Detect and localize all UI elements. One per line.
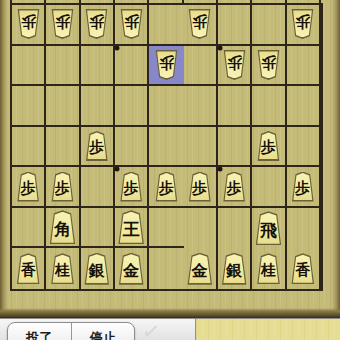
piece-kanji: 歩 — [258, 51, 278, 78]
piece-kanji: 歩 — [18, 173, 38, 200]
square-16[interactable] — [287, 127, 321, 168]
shogi-app: 歩歩歩歩歩歩歩歩歩歩歩歩歩歩歩歩歩歩角王飛香桂銀金金銀桂香 投了 停止 ✓ — [0, 0, 340, 340]
piece-kanji: 歩 — [52, 173, 72, 200]
square-87[interactable]: 歩 — [46, 167, 80, 208]
piece-kanji: 歩 — [190, 173, 210, 200]
board-field: 歩歩歩歩歩歩歩歩歩歩歩歩歩歩歩歩歩歩角王飛香桂銀金金銀桂香 — [10, 3, 323, 291]
star-point — [115, 45, 120, 50]
piece-sente-pawn[interactable]: 歩 — [85, 131, 108, 161]
piece-sente-pawn[interactable]: 歩 — [120, 172, 143, 202]
square-17[interactable]: 歩 — [287, 167, 321, 208]
piece-kanji: 歩 — [156, 51, 176, 78]
piece-kanji: 歩 — [293, 11, 313, 38]
square-36[interactable] — [218, 127, 252, 168]
square-68[interactable]: 王 — [115, 208, 149, 249]
square-19[interactable]: 香 — [287, 248, 321, 289]
square-79[interactable]: 銀 — [81, 248, 115, 289]
square-85[interactable] — [46, 86, 80, 127]
square-99[interactable]: 香 — [12, 248, 46, 289]
piece-gote-pawn[interactable]: 歩 — [257, 50, 280, 80]
square-57[interactable]: 歩 — [149, 167, 183, 208]
square-69[interactable]: 金 — [115, 248, 149, 289]
square-96[interactable] — [12, 127, 46, 168]
square-13[interactable]: 歩 — [287, 5, 321, 46]
square-34[interactable]: 歩 — [218, 46, 252, 87]
square-59[interactable] — [149, 248, 183, 289]
piece-sente-pawn[interactable]: 歩 — [257, 131, 280, 161]
square-98[interactable] — [12, 208, 46, 249]
piece-gote-pawn[interactable]: 歩 — [291, 9, 314, 39]
stop-button[interactable]: 停止 — [71, 323, 135, 340]
square-64[interactable] — [115, 46, 149, 87]
square-25[interactable] — [252, 86, 286, 127]
piece-kanji: 桂 — [52, 255, 73, 283]
square-86[interactable] — [46, 127, 80, 168]
star-point — [218, 45, 223, 50]
piece-kanji: 歩 — [52, 11, 72, 38]
square-24[interactable]: 歩 — [252, 46, 286, 87]
square-43[interactable]: 歩 — [184, 5, 218, 46]
piece-kanji: 歩 — [190, 11, 210, 38]
square-93[interactable]: 歩 — [12, 5, 46, 46]
square-84[interactable] — [46, 46, 80, 87]
piece-kanji: 角 — [50, 212, 74, 243]
piece-kanji: 歩 — [293, 173, 313, 200]
square-65[interactable] — [115, 86, 149, 127]
piece-kanji: 金 — [120, 254, 143, 283]
square-39[interactable]: 銀 — [218, 248, 252, 289]
piece-kanji: 歩 — [258, 132, 278, 159]
square-73[interactable]: 歩 — [81, 5, 115, 46]
piece-kanji: 香 — [292, 255, 313, 283]
square-74[interactable] — [81, 46, 115, 87]
piece-sente-pawn[interactable]: 歩 — [51, 172, 74, 202]
piece-gote-pawn[interactable]: 歩 — [155, 50, 178, 80]
board-edge-right — [332, 0, 340, 318]
square-78[interactable] — [81, 208, 115, 249]
piece-sente-gold[interactable]: 金 — [118, 253, 144, 285]
piece-kanji: 銀 — [223, 254, 246, 283]
piece-sente-pawn[interactable]: 歩 — [17, 172, 40, 202]
piece-gote-pawn[interactable]: 歩 — [120, 9, 143, 39]
button-group: 投了 停止 — [7, 322, 135, 340]
square-38[interactable] — [218, 208, 252, 249]
piece-kanji: 歩 — [121, 11, 141, 38]
square-77[interactable] — [81, 167, 115, 208]
square-27[interactable] — [252, 167, 286, 208]
piece-gote-pawn[interactable]: 歩 — [85, 9, 108, 39]
square-47[interactable]: 歩 — [184, 167, 218, 208]
piece-sente-pawn[interactable]: 歩 — [223, 172, 246, 202]
square-67[interactable]: 歩 — [115, 167, 149, 208]
piece-kanji: 歩 — [87, 11, 107, 38]
control-bar: 投了 停止 ✓ — [0, 318, 340, 340]
square-76[interactable]: 歩 — [81, 127, 115, 168]
piece-sente-rook[interactable]: 飛 — [255, 211, 282, 245]
square-46[interactable] — [184, 127, 218, 168]
piece-kanji: 歩 — [18, 11, 38, 38]
piece-kanji: 飛 — [256, 213, 280, 244]
piece-sente-silver[interactable]: 銀 — [84, 253, 110, 285]
watermark-check-icon: ✓ — [140, 318, 162, 340]
square-54[interactable]: 歩 — [149, 46, 183, 87]
square-63[interactable]: 歩 — [115, 5, 149, 46]
piece-sente-lance[interactable]: 香 — [16, 253, 40, 284]
square-95[interactable] — [12, 86, 46, 127]
piece-kanji: 王 — [119, 212, 143, 243]
board-edge-bottom — [0, 308, 340, 318]
square-28[interactable]: 飛 — [252, 208, 286, 249]
square-66[interactable] — [115, 127, 149, 168]
piece-sente-silver[interactable]: 銀 — [221, 253, 247, 285]
star-point — [218, 166, 223, 171]
square-33[interactable] — [218, 5, 252, 46]
piece-sente-king[interactable]: 王 — [118, 210, 145, 244]
shogi-board: 歩歩歩歩歩歩歩歩歩歩歩歩歩歩歩歩歩歩角王飛香桂銀金金銀桂香 — [0, 0, 340, 318]
square-45[interactable] — [184, 86, 218, 127]
piece-sente-knight[interactable]: 桂 — [50, 253, 74, 284]
piece-kanji: 歩 — [156, 173, 176, 200]
bottom-right-panel — [195, 319, 340, 340]
piece-gote-pawn[interactable]: 歩 — [188, 9, 211, 39]
piece-kanji: 銀 — [85, 254, 108, 283]
piece-gote-pawn[interactable]: 歩 — [223, 50, 246, 80]
piece-sente-gold[interactable]: 金 — [187, 253, 213, 285]
square-29[interactable]: 桂 — [252, 248, 286, 289]
piece-kanji: 歩 — [224, 173, 244, 200]
piece-sente-pawn[interactable]: 歩 — [188, 172, 211, 202]
piece-kanji: 歩 — [224, 51, 244, 78]
square-75[interactable] — [81, 86, 115, 127]
square-88[interactable]: 角 — [46, 208, 80, 249]
square-15[interactable] — [287, 86, 321, 127]
piece-gote-pawn[interactable]: 歩 — [17, 9, 40, 39]
square-94[interactable] — [12, 46, 46, 87]
square-44[interactable] — [184, 46, 218, 87]
square-97[interactable]: 歩 — [12, 167, 46, 208]
square-14[interactable] — [287, 46, 321, 87]
square-58[interactable] — [149, 208, 183, 249]
square-35[interactable] — [218, 86, 252, 127]
piece-kanji: 金 — [188, 254, 211, 283]
piece-sente-lance[interactable]: 香 — [291, 253, 315, 284]
piece-sente-pawn[interactable]: 歩 — [155, 172, 178, 202]
board-edge-left — [0, 0, 8, 318]
square-49[interactable]: 金 — [184, 248, 218, 289]
square-83[interactable]: 歩 — [46, 5, 80, 46]
piece-sente-knight[interactable]: 桂 — [256, 253, 280, 284]
star-point — [115, 166, 120, 171]
piece-kanji: 香 — [18, 255, 39, 283]
piece-sente-bishop[interactable]: 角 — [49, 210, 76, 244]
piece-gote-pawn[interactable]: 歩 — [51, 9, 74, 39]
resign-button[interactable]: 投了 — [8, 323, 71, 340]
square-55[interactable] — [149, 86, 183, 127]
piece-kanji: 歩 — [121, 173, 141, 200]
square-56[interactable] — [149, 127, 183, 168]
square-23[interactable] — [252, 5, 286, 46]
square-18[interactable] — [287, 208, 321, 249]
square-37[interactable]: 歩 — [218, 167, 252, 208]
square-53[interactable] — [149, 5, 183, 46]
piece-sente-pawn[interactable]: 歩 — [291, 172, 314, 202]
square-26[interactable]: 歩 — [252, 127, 286, 168]
piece-kanji: 桂 — [258, 255, 279, 283]
square-48[interactable] — [184, 208, 218, 249]
square-89[interactable]: 桂 — [46, 248, 80, 289]
piece-kanji: 歩 — [87, 132, 107, 159]
